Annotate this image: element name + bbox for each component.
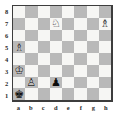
square-e2	[62, 77, 74, 89]
square-a5: ♗	[13, 41, 25, 53]
square-a3: ♔	[13, 65, 25, 77]
square-c5	[38, 41, 50, 53]
file-label-d: d	[50, 102, 63, 112]
square-g3	[87, 65, 99, 77]
square-h4	[99, 53, 111, 65]
square-c2	[38, 77, 50, 89]
square-f1	[74, 88, 86, 100]
square-g1	[87, 88, 99, 100]
square-b4	[25, 53, 37, 65]
square-g4	[87, 53, 99, 65]
square-h1	[99, 88, 111, 100]
file-labels: abcdefgh	[12, 102, 112, 112]
square-g2	[87, 77, 99, 89]
square-e1	[62, 88, 74, 100]
square-f5	[74, 41, 86, 53]
file-label-b: b	[25, 102, 38, 112]
rank-label-8: 8	[2, 5, 11, 17]
square-f8	[74, 6, 86, 18]
square-e5	[62, 41, 74, 53]
square-f2	[74, 77, 86, 89]
square-h7: ♗	[99, 18, 111, 30]
square-d6	[50, 30, 62, 42]
square-a1: ♚	[13, 88, 25, 100]
square-b1	[25, 88, 37, 100]
square-d2: ♟	[50, 77, 62, 89]
file-label-e: e	[62, 102, 75, 112]
rank-label-4: 4	[2, 53, 11, 65]
square-d5	[50, 41, 62, 53]
square-e8	[62, 6, 74, 18]
square-a7	[13, 18, 25, 30]
file-label-h: h	[100, 102, 113, 112]
square-g7	[87, 18, 99, 30]
square-e3	[62, 65, 74, 77]
piece-white-knight-d7: ♘	[51, 18, 61, 29]
square-h2	[99, 77, 111, 89]
square-e7	[62, 18, 74, 30]
square-e4	[62, 53, 74, 65]
square-h3	[99, 65, 111, 77]
file-label-f: f	[75, 102, 88, 112]
rank-label-3: 3	[2, 65, 11, 77]
piece-white-bishop-h7: ♗	[100, 18, 110, 29]
square-f4	[74, 53, 86, 65]
piece-white-king-a3: ♔	[14, 65, 24, 76]
piece-white-bishop-a5: ♗	[14, 41, 24, 52]
rank-label-6: 6	[2, 29, 11, 41]
rank-label-2: 2	[2, 77, 11, 89]
square-d1	[50, 88, 62, 100]
square-d7: ♘	[50, 18, 62, 30]
square-c7	[38, 18, 50, 30]
file-label-a: a	[12, 102, 25, 112]
rank-label-1: 1	[2, 89, 11, 101]
rank-labels: 87654321	[2, 5, 11, 101]
square-b8	[25, 6, 37, 18]
square-h5	[99, 41, 111, 53]
piece-black-pawn-d2: ♟	[51, 76, 61, 87]
square-a8	[13, 6, 25, 18]
square-g6	[87, 30, 99, 42]
square-b6	[25, 30, 37, 42]
square-b7	[25, 18, 37, 30]
chess-board: ♘♗♗♔♙♟♚	[12, 5, 113, 102]
file-label-g: g	[87, 102, 100, 112]
piece-white-pawn-b2: ♙	[26, 76, 36, 87]
square-c3	[38, 65, 50, 77]
square-c8	[38, 6, 50, 18]
square-c6	[38, 30, 50, 42]
square-c4	[38, 53, 50, 65]
square-c1	[38, 88, 50, 100]
square-f7	[74, 18, 86, 30]
square-f6	[74, 30, 86, 42]
piece-black-king-a1: ♚	[14, 88, 24, 99]
square-b5	[25, 41, 37, 53]
square-g8	[87, 6, 99, 18]
file-label-c: c	[37, 102, 50, 112]
square-e6	[62, 30, 74, 42]
rank-label-5: 5	[2, 41, 11, 53]
square-h6	[99, 30, 111, 42]
square-d4	[50, 53, 62, 65]
square-b2: ♙	[25, 77, 37, 89]
rank-label-7: 7	[2, 17, 11, 29]
square-f3	[74, 65, 86, 77]
chess-diagram: 87654321 ♘♗♗♔♙♟♚ abcdefgh	[0, 0, 118, 118]
square-g5	[87, 41, 99, 53]
